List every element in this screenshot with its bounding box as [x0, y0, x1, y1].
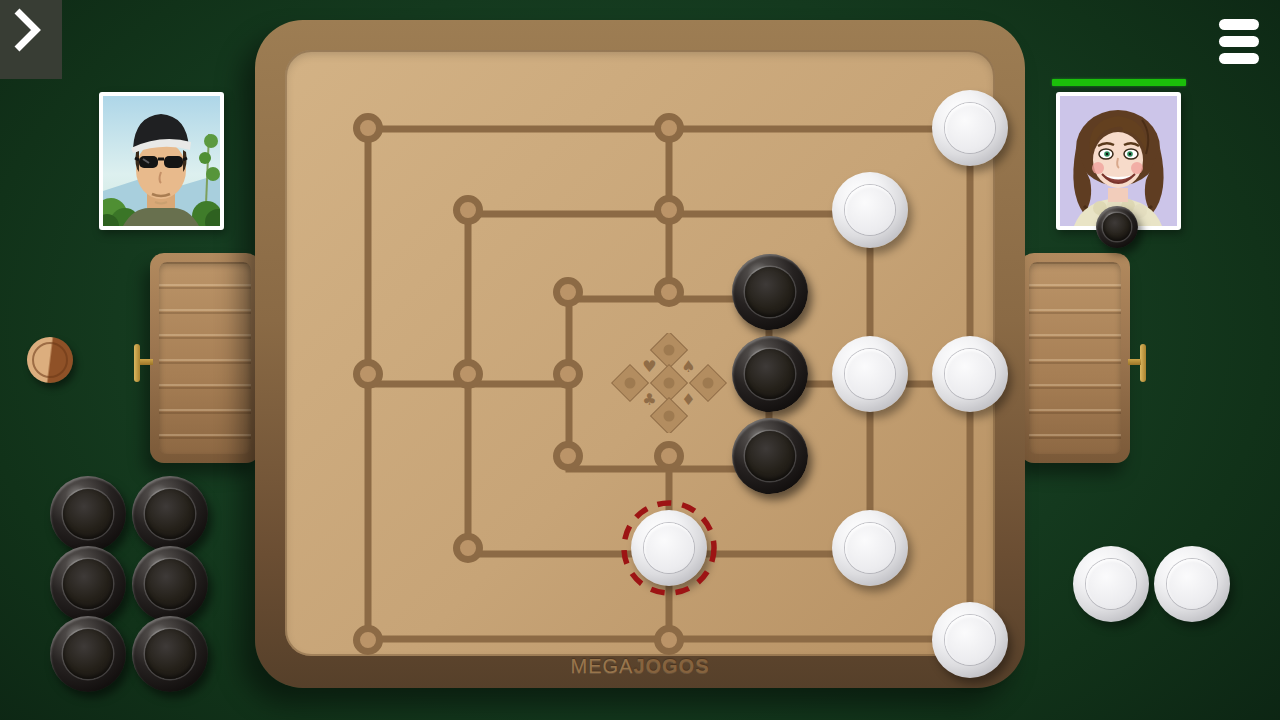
- board-point-b6[interactable]: [453, 195, 483, 225]
- black-piece-e5[interactable]: [732, 254, 808, 330]
- white-piece-f4[interactable]: [832, 336, 908, 412]
- drawer-handle-left-nub: [140, 359, 153, 365]
- black-tray-piece[interactable]: [50, 476, 126, 552]
- drawer-handle-right-nub: [1128, 359, 1141, 365]
- board-point-b4[interactable]: [453, 359, 483, 389]
- black-tray-piece[interactable]: [50, 546, 126, 622]
- board-surface: ♥♠♣♦: [285, 50, 995, 656]
- white-piece-f2[interactable]: [832, 510, 908, 586]
- menu-button[interactable]: [1212, 12, 1266, 72]
- piece-drawer-right-panel: [1029, 262, 1121, 454]
- player-right-piece-badge: [1096, 206, 1138, 248]
- expand-panel-button[interactable]: [0, 0, 62, 79]
- turn-coin: [27, 337, 73, 383]
- watermark-jogos: JOGOS: [633, 655, 709, 677]
- board-point-a1[interactable]: [353, 625, 383, 655]
- board-point-c5[interactable]: [553, 277, 583, 307]
- turn-timer-bar: [1052, 79, 1186, 86]
- board-point-a7[interactable]: [353, 113, 383, 143]
- black-piece-e4[interactable]: [732, 336, 808, 412]
- board-point-d3[interactable]: [654, 441, 684, 471]
- white-piece-g4[interactable]: [932, 336, 1008, 412]
- piece-drawer-left-panel: [159, 262, 251, 454]
- black-tray-piece[interactable]: [50, 616, 126, 692]
- site-watermark: MEGAJOGOS: [255, 655, 1025, 678]
- black-piece-e3[interactable]: [732, 418, 808, 494]
- black-tray-piece[interactable]: [132, 616, 208, 692]
- white-piece-f6[interactable]: [832, 172, 908, 248]
- board-point-a4[interactable]: [353, 359, 383, 389]
- watermark-mega: MEGA: [570, 655, 633, 677]
- chevron-right-icon: [0, 0, 62, 79]
- white-tray-piece[interactable]: [1073, 546, 1149, 622]
- board-point-d1[interactable]: [654, 625, 684, 655]
- board-point-d5[interactable]: [654, 277, 684, 307]
- board: ♥♠♣♦ MEGAJOGOS: [255, 20, 1025, 688]
- black-tray-piece[interactable]: [132, 476, 208, 552]
- white-piece-g1[interactable]: [932, 602, 1008, 678]
- black-tray-piece[interactable]: [132, 546, 208, 622]
- white-tray-piece[interactable]: [1154, 546, 1230, 622]
- black-piece-tray: [47, 479, 211, 689]
- board-point-c3[interactable]: [553, 441, 583, 471]
- points-grid: [318, 87, 1020, 681]
- board-point-b2[interactable]: [453, 533, 483, 563]
- piece-drawer-right: [1020, 253, 1130, 463]
- game-table: ♥♠♣♦ MEGAJOGOS: [0, 0, 1280, 720]
- white-piece-d2[interactable]: [631, 510, 707, 586]
- man-with-cap-avatar-image: [103, 96, 220, 226]
- board-point-c4[interactable]: [553, 359, 583, 389]
- player-left-avatar[interactable]: [99, 92, 224, 230]
- piece-drawer-left: [150, 253, 260, 463]
- white-piece-g7[interactable]: [932, 90, 1008, 166]
- board-point-d6[interactable]: [654, 195, 684, 225]
- white-piece-tray: [1070, 546, 1232, 622]
- board-point-d7[interactable]: [654, 113, 684, 143]
